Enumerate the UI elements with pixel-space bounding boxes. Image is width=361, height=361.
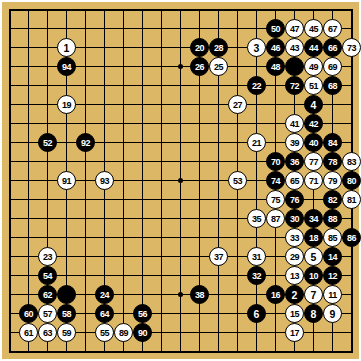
move-number: 88 [328,215,337,224]
move-number: 77 [309,158,318,167]
move-number: 48 [271,63,280,72]
move-number: 78 [328,158,337,167]
white-stone[interactable]: 79 [323,171,342,190]
move-number: 74 [271,177,280,186]
black-stone[interactable]: 88 [323,209,342,228]
black-stone[interactable]: 60 [19,304,38,323]
black-stone[interactable]: 62 [38,285,57,304]
white-stone[interactable]: 65 [285,171,304,190]
black-stone[interactable]: 4 [304,95,323,114]
white-stone[interactable]: 93 [95,171,114,190]
white-stone[interactable]: 85 [323,228,342,247]
move-number: 67 [328,25,337,34]
star-point [178,292,183,297]
move-number: 92 [81,139,90,148]
black-stone[interactable]: 24 [95,285,114,304]
white-stone[interactable]: 3 [247,38,266,57]
white-stone[interactable]: 21 [247,133,266,152]
move-number: 87 [271,215,280,224]
move-number: 36 [290,158,299,167]
move-number: 40 [309,139,318,148]
white-stone[interactable]: 33 [285,228,304,247]
move-number: 19 [62,101,71,110]
white-stone[interactable]: 69 [323,57,342,76]
black-stone[interactable]: 6 [247,304,266,323]
black-stone[interactable]: 2 [285,285,304,304]
move-number: 65 [290,177,299,186]
star-point [178,178,183,183]
white-stone[interactable]: 55 [95,323,114,342]
white-stone[interactable]: 15 [285,304,304,323]
move-number: 46 [271,44,280,53]
move-number: 21 [252,139,261,148]
go-board[interactable]: 1234567891011121314151617181920212223242… [2,2,359,359]
white-stone[interactable]: 9 [323,304,342,323]
move-number: 91 [62,177,71,186]
grid-line [256,11,257,351]
move-number: 35 [252,215,261,224]
move-number: 30 [290,215,299,224]
white-stone[interactable]: 83 [342,152,361,171]
move-number: 56 [138,310,147,319]
black-stone[interactable]: 16 [266,285,285,304]
black-stone[interactable]: 58 [57,304,76,323]
move-number: 62 [43,291,52,300]
move-number: 81 [347,196,356,205]
move-number: 75 [271,196,280,205]
white-stone[interactable]: 17 [285,323,304,342]
move-number: 38 [195,291,204,300]
black-stone[interactable]: 8 [304,304,323,323]
move-number: 72 [290,82,299,91]
move-number: 18 [309,234,318,243]
black-stone[interactable]: 86 [342,228,361,247]
move-number: 54 [43,272,52,281]
move-number: 89 [119,329,128,338]
move-number: 71 [309,177,318,186]
black-stone[interactable]: 46 [266,38,285,57]
move-number: 26 [195,63,204,72]
white-stone[interactable]: 31 [247,247,266,266]
black-stone[interactable]: 56 [133,304,152,323]
move-number: 44 [309,44,318,53]
black-stone[interactable]: 34 [304,209,323,228]
white-stone[interactable]: 5 [304,247,323,266]
move-number: 86 [347,234,356,243]
move-number: 68 [328,82,337,91]
black-stone[interactable]: 26 [190,57,209,76]
move-number: 61 [24,329,33,338]
move-number: 83 [347,158,356,167]
white-stone[interactable]: 29 [285,247,304,266]
white-stone[interactable]: 51 [304,76,323,95]
black-stone[interactable]: 92 [76,133,95,152]
white-stone[interactable]: 89 [114,323,133,342]
move-number: 20 [195,44,204,53]
move-number: 47 [290,25,299,34]
star-point [178,64,183,69]
black-stone[interactable]: 32 [247,266,266,285]
move-number: 13 [290,272,299,281]
white-stone[interactable]: 49 [304,57,323,76]
black-stone[interactable]: 48 [266,57,285,76]
move-number: 11 [328,291,337,300]
move-number: 2 [292,290,298,301]
black-stone[interactable]: 50 [266,19,285,38]
move-number: 51 [309,82,318,91]
move-number: 90 [138,329,147,338]
black-stone[interactable] [285,57,304,76]
move-number: 14 [328,253,337,262]
white-stone[interactable]: 37 [209,247,228,266]
move-number: 66 [328,44,337,53]
move-number: 53 [233,177,242,186]
black-stone[interactable]: 80 [342,171,361,190]
black-stone[interactable]: 40 [304,133,323,152]
move-number: 3 [254,43,260,54]
black-stone[interactable]: 66 [323,38,342,57]
black-stone[interactable]: 38 [190,285,209,304]
move-number: 82 [328,196,337,205]
move-number: 58 [62,310,71,319]
black-stone[interactable]: 94 [57,57,76,76]
white-stone[interactable]: 25 [209,57,228,76]
white-stone[interactable]: 1 [57,38,76,57]
black-stone[interactable]: 90 [133,323,152,342]
move-number: 94 [62,63,71,72]
move-number: 31 [252,253,261,262]
move-number: 76 [290,196,299,205]
move-number: 5 [311,252,317,263]
move-number: 59 [62,329,71,338]
white-stone[interactable]: 23 [38,247,57,266]
black-stone[interactable] [57,285,76,304]
move-number: 43 [290,44,299,53]
white-stone[interactable]: 45 [304,19,323,38]
white-stone[interactable]: 73 [342,38,361,57]
move-number: 80 [347,177,356,186]
move-number: 55 [100,329,109,338]
move-number: 29 [290,253,299,262]
black-stone[interactable]: 54 [38,266,57,285]
white-stone[interactable]: 61 [19,323,38,342]
move-number: 70 [271,158,280,167]
white-stone[interactable]: 41 [285,114,304,133]
white-stone[interactable]: 19 [57,95,76,114]
black-stone[interactable]: 30 [285,209,304,228]
move-number: 79 [328,177,337,186]
white-stone[interactable]: 77 [304,152,323,171]
white-stone[interactable]: 57 [38,304,57,323]
move-number: 84 [328,139,337,148]
move-number: 4 [311,100,317,111]
black-stone[interactable]: 52 [38,133,57,152]
move-number: 37 [214,253,223,262]
move-number: 63 [43,329,52,338]
move-number: 10 [309,272,318,281]
black-stone[interactable]: 76 [285,190,304,209]
white-stone[interactable]: 71 [304,171,323,190]
move-number: 64 [100,310,109,319]
black-stone[interactable]: 42 [304,114,323,133]
move-number: 24 [100,291,109,300]
black-stone[interactable]: 20 [190,38,209,57]
white-stone[interactable]: 7 [304,285,323,304]
move-number: 22 [252,82,261,91]
move-number: 12 [328,272,337,281]
black-stone[interactable]: 64 [95,304,114,323]
white-stone[interactable]: 27 [228,95,247,114]
move-number: 15 [290,310,299,319]
black-stone[interactable]: 68 [323,76,342,95]
move-number: 42 [309,120,318,129]
black-stone[interactable]: 44 [304,38,323,57]
move-number: 73 [347,44,356,53]
white-stone[interactable]: 87 [266,209,285,228]
black-stone[interactable]: 70 [266,152,285,171]
move-number: 16 [271,291,280,300]
move-number: 85 [328,234,337,243]
move-number: 69 [328,63,337,72]
white-stone[interactable]: 47 [285,19,304,38]
move-number: 7 [311,290,317,301]
white-stone[interactable]: 81 [342,190,361,209]
black-stone[interactable]: 74 [266,171,285,190]
move-number: 34 [309,215,318,224]
white-stone[interactable]: 75 [266,190,285,209]
move-number: 8 [311,309,317,320]
move-number: 93 [100,177,109,186]
move-number: 33 [290,234,299,243]
move-number: 28 [214,44,223,53]
white-stone[interactable]: 63 [38,323,57,342]
white-stone[interactable]: 91 [57,171,76,190]
black-stone[interactable]: 82 [323,190,342,209]
move-number: 52 [43,139,52,148]
move-number: 60 [24,310,33,319]
black-stone[interactable]: 18 [304,228,323,247]
move-number: 6 [254,309,260,320]
white-stone[interactable]: 39 [285,133,304,152]
move-number: 49 [309,63,318,72]
white-stone[interactable]: 13 [285,266,304,285]
move-number: 25 [214,63,223,72]
white-stone[interactable]: 11 [323,285,342,304]
black-stone[interactable]: 22 [247,76,266,95]
move-number: 39 [290,139,299,148]
move-number: 27 [233,101,242,110]
move-number: 17 [290,329,299,338]
black-stone[interactable]: 28 [209,38,228,57]
white-stone[interactable]: 53 [228,171,247,190]
black-stone[interactable]: 36 [285,152,304,171]
move-number: 23 [43,253,52,262]
white-stone[interactable]: 35 [247,209,266,228]
move-number: 9 [330,309,336,320]
white-stone[interactable]: 43 [285,38,304,57]
move-number: 45 [309,25,318,34]
white-stone[interactable]: 67 [323,19,342,38]
black-stone[interactable]: 78 [323,152,342,171]
black-stone[interactable]: 72 [285,76,304,95]
move-number: 41 [290,120,299,129]
move-number: 57 [43,310,52,319]
move-number: 32 [252,272,261,281]
white-stone[interactable]: 59 [57,323,76,342]
move-number: 1 [64,43,70,54]
move-number: 50 [271,25,280,34]
black-stone[interactable]: 14 [323,247,342,266]
black-stone[interactable]: 12 [323,266,342,285]
black-stone[interactable]: 10 [304,266,323,285]
black-stone[interactable]: 84 [323,133,342,152]
